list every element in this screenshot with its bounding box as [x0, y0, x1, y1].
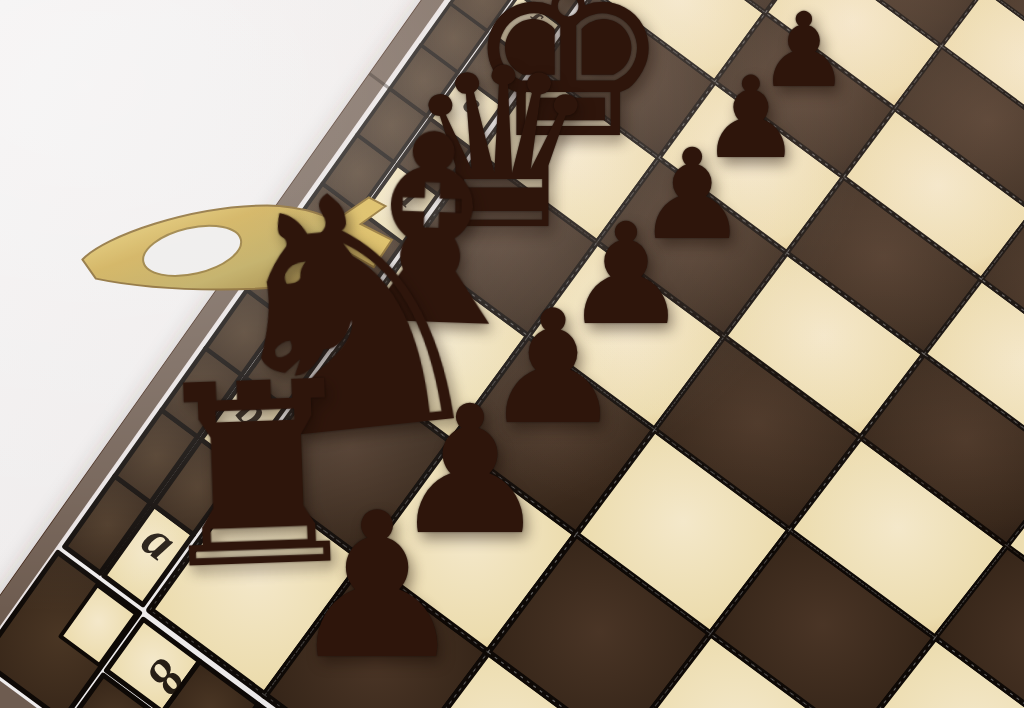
piece-a7-black-pawn[interactable]: ♟ — [287, 486, 467, 687]
photo-scene: abcdefgh87654321 ♟♚♟♛♟♟♝♟♞♟♜♟ — [0, 0, 1024, 708]
